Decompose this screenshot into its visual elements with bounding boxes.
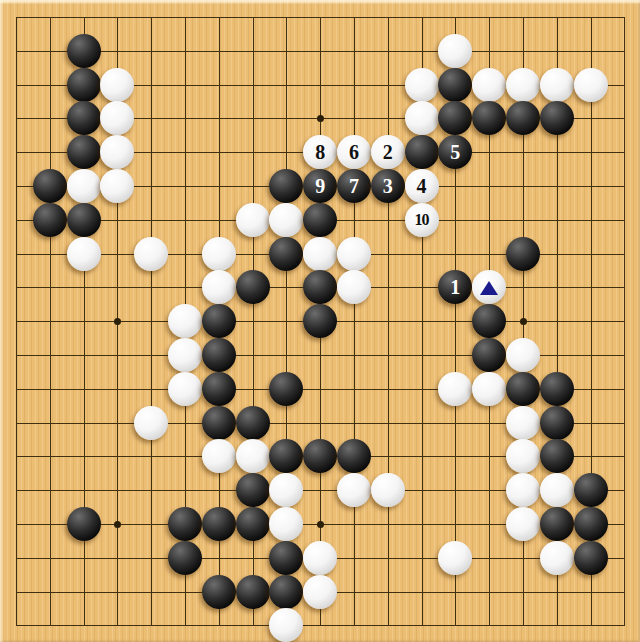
stone-black[interactable] [236, 406, 270, 440]
stone-white[interactable] [236, 439, 270, 473]
stone-black[interactable] [574, 473, 608, 507]
stone-black[interactable] [202, 406, 236, 440]
stone-white[interactable] [202, 439, 236, 473]
stone-black[interactable] [303, 270, 337, 304]
stone-white[interactable] [337, 270, 371, 304]
stone-black[interactable] [236, 507, 270, 541]
stone-black[interactable] [506, 372, 540, 406]
stone-black[interactable] [472, 304, 506, 338]
stone-black-move-5[interactable]: 5 [438, 135, 472, 169]
stone-black[interactable] [506, 237, 540, 271]
stone-black[interactable] [303, 304, 337, 338]
move-number-label: 2 [383, 142, 393, 162]
stone-black[interactable] [202, 338, 236, 372]
stone-white[interactable] [67, 237, 101, 271]
stone-black[interactable] [236, 473, 270, 507]
stone-black[interactable] [540, 372, 574, 406]
stone-white[interactable] [506, 439, 540, 473]
stone-white[interactable] [303, 575, 337, 609]
go-board[interactable]: 86259734101 [0, 0, 640, 642]
stone-white[interactable] [134, 237, 168, 271]
stone-white-move-4[interactable]: 4 [405, 169, 439, 203]
stone-white[interactable] [472, 372, 506, 406]
move-number-label: 5 [450, 142, 460, 162]
stone-black[interactable] [67, 34, 101, 68]
stone-black[interactable] [269, 169, 303, 203]
stone-white[interactable] [168, 372, 202, 406]
stone-black[interactable] [33, 203, 67, 237]
stone-white[interactable] [100, 68, 134, 102]
stone-black[interactable] [269, 372, 303, 406]
stone-black[interactable] [168, 507, 202, 541]
stone-white-move-10[interactable]: 10 [405, 203, 439, 237]
stone-white[interactable] [269, 608, 303, 642]
stone-white[interactable] [438, 372, 472, 406]
stone-black[interactable] [405, 135, 439, 169]
stone-white[interactable] [506, 68, 540, 102]
stone-white[interactable] [168, 304, 202, 338]
stone-black[interactable] [67, 68, 101, 102]
stone-black-move-9[interactable]: 9 [303, 169, 337, 203]
stone-white[interactable] [472, 68, 506, 102]
stone-white[interactable] [506, 338, 540, 372]
stone-black[interactable] [574, 541, 608, 575]
stone-black[interactable] [33, 169, 67, 203]
stone-black[interactable] [269, 237, 303, 271]
stone-black[interactable] [438, 101, 472, 135]
stone-black[interactable] [236, 270, 270, 304]
move-number-label: 3 [383, 176, 393, 196]
stone-white[interactable] [100, 101, 134, 135]
stone-black[interactable] [472, 101, 506, 135]
stone-white[interactable] [438, 541, 472, 575]
move-number-label: 8 [315, 142, 325, 162]
stone-white-move-6[interactable]: 6 [337, 135, 371, 169]
stone-white[interactable] [540, 541, 574, 575]
stone-white[interactable] [303, 237, 337, 271]
stone-white-move-8[interactable]: 8 [303, 135, 337, 169]
stone-black[interactable] [574, 507, 608, 541]
stone-white[interactable] [67, 169, 101, 203]
stone-black[interactable] [269, 439, 303, 473]
stone-black[interactable] [236, 575, 270, 609]
stone-black[interactable] [506, 101, 540, 135]
stone-black[interactable] [67, 507, 101, 541]
stone-white[interactable] [269, 507, 303, 541]
stone-black[interactable] [438, 68, 472, 102]
stone-black-move-3[interactable]: 3 [371, 169, 405, 203]
stone-white[interactable] [438, 34, 472, 68]
stone-black[interactable] [202, 575, 236, 609]
stone-black[interactable] [67, 203, 101, 237]
stone-white[interactable] [269, 473, 303, 507]
stone-white[interactable] [506, 473, 540, 507]
stone-black[interactable] [540, 406, 574, 440]
triangle-marker-icon [480, 281, 498, 295]
move-number-label: 9 [315, 176, 325, 196]
stone-white[interactable] [100, 169, 134, 203]
move-number-label: 4 [417, 176, 427, 196]
stone-white[interactable] [371, 473, 405, 507]
stone-white[interactable] [337, 237, 371, 271]
stone-white[interactable] [540, 473, 574, 507]
stone-black[interactable] [540, 101, 574, 135]
stone-white[interactable] [202, 237, 236, 271]
stone-black[interactable] [67, 101, 101, 135]
stone-white[interactable] [405, 101, 439, 135]
stone-white[interactable] [574, 68, 608, 102]
stone-white[interactable] [168, 338, 202, 372]
stone-black-move-7[interactable]: 7 [337, 169, 371, 203]
stone-black[interactable] [168, 541, 202, 575]
move-number-label: 6 [349, 142, 359, 162]
stone-white[interactable] [134, 406, 168, 440]
stone-white[interactable] [269, 203, 303, 237]
go-board-app: 86259734101 [0, 0, 640, 642]
stone-white[interactable] [236, 203, 270, 237]
stone-black[interactable] [202, 507, 236, 541]
stone-black-move-1[interactable]: 1 [438, 270, 472, 304]
stone-white[interactable] [100, 135, 134, 169]
stone-white[interactable] [540, 68, 574, 102]
stone-white[interactable] [405, 68, 439, 102]
stone-white[interactable] [202, 270, 236, 304]
stone-white[interactable] [337, 473, 371, 507]
stone-black[interactable] [67, 135, 101, 169]
stone-black[interactable] [472, 338, 506, 372]
move-number-label: 7 [349, 176, 359, 196]
stone-white[interactable] [303, 541, 337, 575]
stone-black[interactable] [303, 439, 337, 473]
stone-white-marked[interactable] [472, 270, 506, 304]
stone-white[interactable] [506, 507, 540, 541]
stone-black[interactable] [269, 575, 303, 609]
stone-white-move-2[interactable]: 2 [371, 135, 405, 169]
stone-black[interactable] [540, 439, 574, 473]
board-grid: 86259734101 [0, 0, 640, 642]
move-number-label: 1 [450, 277, 460, 297]
stone-black[interactable] [303, 203, 337, 237]
stone-black[interactable] [202, 304, 236, 338]
stone-black[interactable] [337, 439, 371, 473]
stone-black[interactable] [540, 507, 574, 541]
stone-black[interactable] [202, 372, 236, 406]
move-number-label: 10 [415, 212, 429, 228]
stone-white[interactable] [506, 406, 540, 440]
stone-black[interactable] [269, 541, 303, 575]
